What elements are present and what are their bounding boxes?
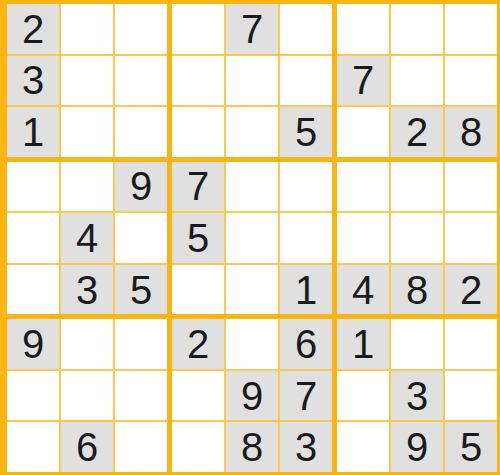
cell-r2c3[interactable] — [115, 56, 167, 106]
cell-r4c5[interactable] — [226, 162, 278, 212]
box-0: 231 — [7, 4, 167, 157]
cell-r5c2[interactable]: 4 — [61, 213, 113, 263]
cell-r9c9[interactable]: 5 — [445, 422, 497, 472]
cell-r5c9[interactable] — [445, 213, 497, 263]
cell-r5c4[interactable]: 5 — [172, 213, 224, 263]
cell-r9c1[interactable] — [7, 422, 59, 472]
cell-r1c2[interactable] — [61, 4, 113, 54]
cell-r1c6[interactable] — [280, 4, 332, 54]
cell-r9c2[interactable]: 6 — [61, 422, 113, 472]
cell-r3c3[interactable] — [115, 107, 167, 157]
cell-r4c6[interactable] — [280, 162, 332, 212]
cell-r9c7[interactable] — [337, 422, 389, 472]
cell-r8c5[interactable]: 9 — [226, 371, 278, 421]
cell-r8c4[interactable] — [172, 371, 224, 421]
cell-r8c7[interactable] — [337, 371, 389, 421]
cell-r2c6[interactable] — [280, 56, 332, 106]
box-4: 751 — [172, 162, 332, 315]
cell-r7c3[interactable] — [115, 319, 167, 369]
cell-r5c7[interactable] — [337, 213, 389, 263]
cell-r6c5[interactable] — [226, 265, 278, 315]
cell-r4c8[interactable] — [391, 162, 443, 212]
cell-r2c7[interactable]: 7 — [337, 56, 389, 106]
cell-r3c1[interactable]: 1 — [7, 107, 59, 157]
cell-r5c8[interactable] — [391, 213, 443, 263]
cell-r7c4[interactable]: 2 — [172, 319, 224, 369]
cell-r8c1[interactable] — [7, 371, 59, 421]
cell-r1c7[interactable] — [337, 4, 389, 54]
cell-r3c2[interactable] — [61, 107, 113, 157]
cell-r3c5[interactable] — [226, 107, 278, 157]
sudoku-board: 231 75 728 9435 751 482 96 269783 1395 — [0, 0, 500, 475]
cell-r7c7[interactable]: 1 — [337, 319, 389, 369]
cell-r4c4[interactable]: 7 — [172, 162, 224, 212]
cell-r1c5[interactable]: 7 — [226, 4, 278, 54]
cell-r6c3[interactable]: 5 — [115, 265, 167, 315]
cell-r3c8[interactable]: 2 — [391, 107, 443, 157]
cell-r7c5[interactable] — [226, 319, 278, 369]
cell-r2c9[interactable] — [445, 56, 497, 106]
cell-r2c4[interactable] — [172, 56, 224, 106]
cell-r3c9[interactable]: 8 — [445, 107, 497, 157]
box-7: 269783 — [172, 319, 332, 472]
cell-r6c4[interactable] — [172, 265, 224, 315]
cell-r7c1[interactable]: 9 — [7, 319, 59, 369]
cell-r9c5[interactable]: 8 — [226, 422, 278, 472]
cell-r1c9[interactable] — [445, 4, 497, 54]
cell-r3c6[interactable]: 5 — [280, 107, 332, 157]
cell-r8c6[interactable]: 7 — [280, 371, 332, 421]
cell-r6c1[interactable] — [7, 265, 59, 315]
cell-r5c1[interactable] — [7, 213, 59, 263]
cell-r2c1[interactable]: 3 — [7, 56, 59, 106]
cell-r2c5[interactable] — [226, 56, 278, 106]
cell-r7c9[interactable] — [445, 319, 497, 369]
cell-r9c3[interactable] — [115, 422, 167, 472]
cell-r1c8[interactable] — [391, 4, 443, 54]
cell-r6c8[interactable]: 8 — [391, 265, 443, 315]
box-6: 96 — [7, 319, 167, 472]
cell-r5c6[interactable] — [280, 213, 332, 263]
cell-r9c6[interactable]: 3 — [280, 422, 332, 472]
cell-r8c3[interactable] — [115, 371, 167, 421]
cell-r9c8[interactable]: 9 — [391, 422, 443, 472]
cell-r7c2[interactable] — [61, 319, 113, 369]
cell-r6c6[interactable]: 1 — [280, 265, 332, 315]
cell-r4c2[interactable] — [61, 162, 113, 212]
cell-r5c5[interactable] — [226, 213, 278, 263]
cell-r3c4[interactable] — [172, 107, 224, 157]
cell-r1c1[interactable]: 2 — [7, 4, 59, 54]
cell-r7c6[interactable]: 6 — [280, 319, 332, 369]
cell-r8c2[interactable] — [61, 371, 113, 421]
cell-r1c3[interactable] — [115, 4, 167, 54]
sudoku-box-grid: 231 75 728 9435 751 482 96 269783 1395 — [7, 4, 497, 472]
cell-r5c3[interactable] — [115, 213, 167, 263]
cell-r4c7[interactable] — [337, 162, 389, 212]
box-8: 1395 — [337, 319, 497, 472]
cell-r3c7[interactable] — [337, 107, 389, 157]
cell-r6c7[interactable]: 4 — [337, 265, 389, 315]
cell-r6c2[interactable]: 3 — [61, 265, 113, 315]
cell-r8c9[interactable] — [445, 371, 497, 421]
cell-r2c2[interactable] — [61, 56, 113, 106]
cell-r6c9[interactable]: 2 — [445, 265, 497, 315]
cell-r9c4[interactable] — [172, 422, 224, 472]
cell-r8c8[interactable]: 3 — [391, 371, 443, 421]
cell-r1c4[interactable] — [172, 4, 224, 54]
cell-r4c9[interactable] — [445, 162, 497, 212]
cell-r4c1[interactable] — [7, 162, 59, 212]
box-2: 728 — [337, 4, 497, 157]
box-3: 9435 — [7, 162, 167, 315]
box-1: 75 — [172, 4, 332, 157]
cell-r2c8[interactable] — [391, 56, 443, 106]
cell-r4c3[interactable]: 9 — [115, 162, 167, 212]
cell-r7c8[interactable] — [391, 319, 443, 369]
box-5: 482 — [337, 162, 497, 315]
